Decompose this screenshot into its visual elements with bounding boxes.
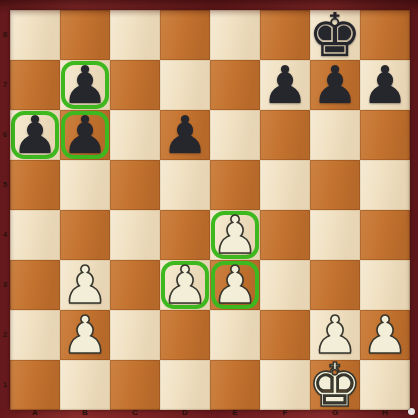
rank-label-5: 5 [0,160,10,210]
square-f2[interactable] [260,310,310,360]
file-label-c: C [110,407,160,418]
rank-label-6: 6 [0,110,10,160]
square-e6[interactable] [210,110,260,160]
square-f7[interactable]: ♟ [260,60,310,110]
file-label-g: G [310,407,360,418]
file-label-b: B [60,407,110,418]
square-a3[interactable] [10,260,60,310]
square-f5[interactable] [260,160,310,210]
square-h6[interactable] [360,110,410,160]
square-b5[interactable] [60,160,110,210]
square-c7[interactable] [110,60,160,110]
white-king-g1[interactable]: ♚ [310,360,360,410]
square-f6[interactable] [260,110,310,160]
square-h5[interactable] [360,160,410,210]
file-label-d: D [160,407,210,418]
square-c2[interactable] [110,310,160,360]
square-g5[interactable] [310,160,360,210]
square-e2[interactable] [210,310,260,360]
square-b7[interactable]: ♟ [60,60,110,110]
square-h8[interactable] [360,10,410,60]
square-e5[interactable] [210,160,260,210]
square-a2[interactable] [10,310,60,360]
white-pawn-h2[interactable]: ♟ [360,310,410,360]
square-g1[interactable]: ♚ [310,360,360,410]
square-d4[interactable] [160,210,210,260]
square-c8[interactable] [110,10,160,60]
black-pawn-h7[interactable]: ♟ [360,60,410,110]
square-b2[interactable]: ♟ [60,310,110,360]
file-label-f: F [260,407,310,418]
square-a7[interactable] [10,60,60,110]
square-d6[interactable]: ♟ [160,110,210,160]
file-label-h: H [360,407,410,418]
square-d2[interactable] [160,310,210,360]
square-h1[interactable] [360,360,410,410]
file-label-a: A [10,407,60,418]
square-g7[interactable]: ♟ [310,60,360,110]
chess-board: ♚♟♟♟♟♟♟♟♟♟♟♟♟♟♟♚ [10,10,410,410]
square-b4[interactable] [60,210,110,260]
square-g8[interactable]: ♚ [310,10,360,60]
black-pawn-d6[interactable]: ♟ [160,110,210,160]
square-a4[interactable] [10,210,60,260]
square-a6[interactable]: ♟ [10,110,60,160]
square-g3[interactable] [310,260,360,310]
white-pawn-d3[interactable]: ♟ [160,260,210,310]
black-pawn-g7[interactable]: ♟ [310,60,360,110]
square-a1[interactable] [10,360,60,410]
rank-label-7: 7 [0,60,10,110]
square-f3[interactable] [260,260,310,310]
square-b6[interactable]: ♟ [60,110,110,160]
square-g6[interactable] [310,110,360,160]
white-pawn-e3[interactable]: ♟ [210,260,260,310]
square-f4[interactable] [260,210,310,260]
square-g4[interactable] [310,210,360,260]
square-h4[interactable] [360,210,410,260]
rank-label-1: 1 [0,360,10,410]
black-pawn-f7[interactable]: ♟ [260,60,310,110]
black-pawn-b7[interactable]: ♟ [60,60,110,110]
black-pawn-a6[interactable]: ♟ [10,110,60,160]
square-e7[interactable] [210,60,260,110]
square-c3[interactable] [110,260,160,310]
rank-label-2: 2 [0,310,10,360]
square-c5[interactable] [110,160,160,210]
file-label-e: E [210,407,260,418]
square-d5[interactable] [160,160,210,210]
square-f1[interactable] [260,360,310,410]
square-h7[interactable]: ♟ [360,60,410,110]
square-d1[interactable] [160,360,210,410]
square-h3[interactable] [360,260,410,310]
rank-label-8: 8 [0,10,10,60]
black-king-g8[interactable]: ♚ [310,10,360,60]
square-d8[interactable] [160,10,210,60]
white-pawn-b2[interactable]: ♟ [60,310,110,360]
rank-label-4: 4 [0,210,10,260]
square-e1[interactable] [210,360,260,410]
square-c6[interactable] [110,110,160,160]
square-a5[interactable] [10,160,60,210]
square-b8[interactable] [60,10,110,60]
corner-dot-indicator [408,408,415,415]
black-pawn-b6[interactable]: ♟ [60,110,110,160]
square-b3[interactable]: ♟ [60,260,110,310]
square-e4[interactable]: ♟ [210,210,260,260]
square-c4[interactable] [110,210,160,260]
square-a8[interactable] [10,10,60,60]
square-d3[interactable]: ♟ [160,260,210,310]
rank-label-3: 3 [0,260,10,310]
white-pawn-e4[interactable]: ♟ [210,210,260,260]
square-e8[interactable] [210,10,260,60]
square-h2[interactable]: ♟ [360,310,410,360]
square-e3[interactable]: ♟ [210,260,260,310]
white-pawn-b3[interactable]: ♟ [60,260,110,310]
square-f8[interactable] [260,10,310,60]
board-frame: ♚♟♟♟♟♟♟♟♟♟♟♟♟♟♟♚ 87654321 ABCDEFGH [0,0,418,418]
square-c1[interactable] [110,360,160,410]
square-d7[interactable] [160,60,210,110]
square-b1[interactable] [60,360,110,410]
